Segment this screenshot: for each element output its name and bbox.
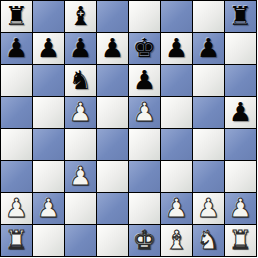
- piece-white-bishop[interactable]: ♝: [165, 225, 188, 256]
- piece-white-pawn[interactable]: ♟: [69, 161, 92, 192]
- square-d6[interactable]: [97, 65, 128, 96]
- square-e8[interactable]: [129, 1, 160, 32]
- square-g2[interactable]: ♟: [193, 193, 224, 224]
- square-f2[interactable]: ♟: [161, 193, 192, 224]
- square-h6[interactable]: [225, 65, 256, 96]
- piece-white-pawn[interactable]: ♟: [37, 193, 60, 224]
- square-a4[interactable]: [1, 129, 32, 160]
- square-d4[interactable]: [97, 129, 128, 160]
- square-f3[interactable]: [161, 161, 192, 192]
- piece-black-pawn[interactable]: ♟: [229, 97, 252, 128]
- square-h5[interactable]: ♟: [225, 97, 256, 128]
- piece-white-king[interactable]: ♚: [133, 225, 156, 256]
- square-c7[interactable]: ♟: [65, 33, 96, 64]
- square-g4[interactable]: [193, 129, 224, 160]
- square-b8[interactable]: [33, 1, 64, 32]
- square-h3[interactable]: [225, 161, 256, 192]
- square-g1[interactable]: ♞: [193, 225, 224, 256]
- piece-white-rook[interactable]: ♜: [5, 225, 28, 256]
- square-a1[interactable]: ♜: [1, 225, 32, 256]
- square-e2[interactable]: [129, 193, 160, 224]
- piece-black-pawn[interactable]: ♟: [69, 33, 92, 64]
- square-d8[interactable]: [97, 1, 128, 32]
- square-b1[interactable]: [33, 225, 64, 256]
- square-d5[interactable]: [97, 97, 128, 128]
- square-b6[interactable]: [33, 65, 64, 96]
- square-e7[interactable]: ♚: [129, 33, 160, 64]
- piece-black-pawn[interactable]: ♟: [37, 33, 60, 64]
- square-c3[interactable]: ♟: [65, 161, 96, 192]
- square-e5[interactable]: ♟: [129, 97, 160, 128]
- square-g8[interactable]: [193, 1, 224, 32]
- square-h7[interactable]: [225, 33, 256, 64]
- square-f7[interactable]: ♟: [161, 33, 192, 64]
- piece-black-knight[interactable]: ♞: [69, 65, 92, 96]
- piece-white-pawn[interactable]: ♟: [197, 193, 220, 224]
- piece-black-rook[interactable]: ♜: [5, 1, 28, 32]
- piece-black-pawn[interactable]: ♟: [197, 33, 220, 64]
- square-b4[interactable]: [33, 129, 64, 160]
- square-d7[interactable]: ♟: [97, 33, 128, 64]
- square-f1[interactable]: ♝: [161, 225, 192, 256]
- square-g6[interactable]: [193, 65, 224, 96]
- square-c5[interactable]: ♟: [65, 97, 96, 128]
- piece-white-knight[interactable]: ♞: [197, 225, 220, 256]
- square-h4[interactable]: [225, 129, 256, 160]
- piece-black-bishop[interactable]: ♝: [69, 1, 92, 32]
- square-c8[interactable]: ♝: [65, 1, 96, 32]
- square-f6[interactable]: [161, 65, 192, 96]
- square-b7[interactable]: ♟: [33, 33, 64, 64]
- square-f4[interactable]: [161, 129, 192, 160]
- square-f8[interactable]: [161, 1, 192, 32]
- piece-black-pawn[interactable]: ♟: [165, 33, 188, 64]
- piece-white-pawn[interactable]: ♟: [229, 193, 252, 224]
- piece-white-rook[interactable]: ♜: [229, 225, 252, 256]
- piece-black-king[interactable]: ♚: [133, 33, 156, 64]
- square-g5[interactable]: [193, 97, 224, 128]
- square-d3[interactable]: [97, 161, 128, 192]
- square-c1[interactable]: [65, 225, 96, 256]
- square-e3[interactable]: [129, 161, 160, 192]
- chess-board: ♜♝♜♟♟♟♟♚♟♟♞♟♟♟♟♟♟♟♟♟♟♜♚♝♞♜: [0, 0, 257, 257]
- chess-board-container: ♜♝♜♟♟♟♟♚♟♟♞♟♟♟♟♟♟♟♟♟♟♜♚♝♞♜: [0, 0, 258, 258]
- piece-white-pawn[interactable]: ♟: [5, 193, 28, 224]
- square-c4[interactable]: [65, 129, 96, 160]
- square-d2[interactable]: [97, 193, 128, 224]
- square-e1[interactable]: ♚: [129, 225, 160, 256]
- square-a6[interactable]: [1, 65, 32, 96]
- square-g3[interactable]: [193, 161, 224, 192]
- square-h2[interactable]: ♟: [225, 193, 256, 224]
- square-c6[interactable]: ♞: [65, 65, 96, 96]
- square-e6[interactable]: ♟: [129, 65, 160, 96]
- square-a8[interactable]: ♜: [1, 1, 32, 32]
- piece-white-pawn[interactable]: ♟: [165, 193, 188, 224]
- piece-black-pawn[interactable]: ♟: [133, 65, 156, 96]
- square-d1[interactable]: [97, 225, 128, 256]
- piece-black-pawn[interactable]: ♟: [5, 33, 28, 64]
- square-b3[interactable]: [33, 161, 64, 192]
- square-b2[interactable]: ♟: [33, 193, 64, 224]
- square-g7[interactable]: ♟: [193, 33, 224, 64]
- square-h1[interactable]: ♜: [225, 225, 256, 256]
- square-a3[interactable]: [1, 161, 32, 192]
- square-e4[interactable]: [129, 129, 160, 160]
- square-a5[interactable]: [1, 97, 32, 128]
- piece-black-pawn[interactable]: ♟: [101, 33, 124, 64]
- square-a2[interactable]: ♟: [1, 193, 32, 224]
- square-a7[interactable]: ♟: [1, 33, 32, 64]
- square-h8[interactable]: ♜: [225, 1, 256, 32]
- square-c2[interactable]: [65, 193, 96, 224]
- piece-black-rook[interactable]: ♜: [229, 1, 252, 32]
- square-b5[interactable]: [33, 97, 64, 128]
- piece-white-pawn[interactable]: ♟: [69, 97, 92, 128]
- square-f5[interactable]: [161, 97, 192, 128]
- piece-white-pawn[interactable]: ♟: [133, 97, 156, 128]
